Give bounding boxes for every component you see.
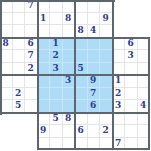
- cell-r7c3[interactable]: [25, 75, 38, 88]
- cell-r4c7[interactable]: [75, 38, 88, 51]
- cell-r8c6[interactable]: [63, 88, 76, 101]
- cell-r6c3[interactable]: 2: [25, 63, 38, 76]
- outside-area: [25, 113, 38, 126]
- cell-r7c10[interactable]: 1: [113, 75, 126, 88]
- cell-r8c9[interactable]: [100, 88, 113, 101]
- cell-r8c10[interactable]: 2: [113, 88, 126, 101]
- cell-r9c10[interactable]: 3: [113, 100, 126, 113]
- cell-r5c10[interactable]: [113, 50, 126, 63]
- given-digit: 9: [38, 125, 50, 137]
- outside-area: [113, 13, 126, 26]
- cell-r1c9[interactable]: [100, 0, 113, 13]
- cell-r2c7[interactable]: [75, 13, 88, 26]
- cell-r12c10[interactable]: 7: [113, 138, 126, 151]
- cell-r1c4[interactable]: [38, 0, 51, 13]
- cell-r8c5[interactable]: [50, 88, 63, 101]
- given-digit: 1: [38, 13, 50, 25]
- given-digit: 8: [63, 113, 75, 125]
- outside-area: [125, 25, 138, 38]
- given-digit: 6: [75, 125, 87, 137]
- sudoku-board: 71898486167232353912725634589627: [0, 0, 150, 150]
- cell-r7c1[interactable]: [0, 75, 13, 88]
- cell-r4c8[interactable]: [88, 38, 101, 51]
- sudoku-puzzle: 71898486167232353912725634589627: [0, 0, 150, 150]
- given-digit: 7: [113, 138, 125, 150]
- cell-r5c2[interactable]: [13, 50, 26, 63]
- outside-area: [0, 125, 13, 138]
- cell-r6c6[interactable]: [63, 63, 76, 76]
- cell-r1c7[interactable]: [75, 0, 88, 13]
- outside-area: [138, 13, 151, 26]
- cell-r7c8[interactable]: 9: [88, 75, 101, 88]
- cell-r3c2[interactable]: [13, 25, 26, 38]
- cell-r3c9[interactable]: [100, 25, 113, 38]
- cell-r2c3[interactable]: [25, 13, 38, 26]
- cell-r8c3[interactable]: [25, 88, 38, 101]
- given-digit: 2: [25, 63, 37, 75]
- cell-r12c9[interactable]: [100, 138, 113, 151]
- given-digit: 2: [13, 88, 25, 100]
- cell-r11c8[interactable]: [88, 125, 101, 138]
- given-digit: 4: [138, 100, 150, 112]
- cell-r7c6[interactable]: 3: [63, 75, 76, 88]
- cell-r8c4[interactable]: [38, 88, 51, 101]
- cell-r11c10[interactable]: [113, 125, 126, 138]
- cell-r8c2[interactable]: 2: [13, 88, 26, 101]
- outside-area: [25, 138, 38, 151]
- cell-r2c4[interactable]: 1: [38, 13, 51, 26]
- cell-r3c1[interactable]: [0, 25, 13, 38]
- cell-r4c1[interactable]: 8: [0, 38, 13, 51]
- cell-r7c11[interactable]: [125, 75, 138, 88]
- cell-r10c10[interactable]: [113, 113, 126, 126]
- given-digit: 3: [125, 50, 137, 62]
- cell-r8c1[interactable]: [0, 88, 13, 101]
- cell-r10c5[interactable]: 5: [50, 113, 63, 126]
- outside-area: [125, 13, 138, 26]
- cell-r1c6[interactable]: [63, 0, 76, 13]
- cell-r7c5[interactable]: [50, 75, 63, 88]
- cell-r6c5[interactable]: 3: [50, 63, 63, 76]
- given-digit: 6: [25, 38, 37, 50]
- cell-r2c6[interactable]: 8: [63, 13, 76, 26]
- cell-r6c12[interactable]: [138, 63, 151, 76]
- given-digit: 5: [13, 100, 25, 112]
- cell-r6c10[interactable]: [113, 63, 126, 76]
- given-digit: 1: [113, 75, 125, 87]
- cell-r7c4[interactable]: [38, 75, 51, 88]
- given-digit: 6: [125, 38, 137, 50]
- cell-r4c9[interactable]: [100, 38, 113, 51]
- cell-r10c6[interactable]: 8: [63, 113, 76, 126]
- cell-r11c11[interactable]: [125, 125, 138, 138]
- outside-area: [13, 125, 26, 138]
- cell-r1c8[interactable]: [88, 0, 101, 13]
- given-digit: 2: [100, 125, 112, 137]
- cell-r12c11[interactable]: [125, 138, 138, 151]
- outside-area: [25, 125, 38, 138]
- cell-r4c2[interactable]: [13, 38, 26, 51]
- cell-r2c2[interactable]: [13, 13, 26, 26]
- cell-r6c9[interactable]: [100, 63, 113, 76]
- cell-r5c9[interactable]: [100, 50, 113, 63]
- given-digit: 5: [75, 63, 87, 75]
- cell-r8c8[interactable]: 7: [88, 88, 101, 101]
- cell-r8c12[interactable]: [138, 88, 151, 101]
- cell-r4c4[interactable]: [38, 38, 51, 51]
- outside-area: [138, 0, 151, 13]
- cell-r9c12[interactable]: 4: [138, 100, 151, 113]
- cell-r6c7[interactable]: 5: [75, 63, 88, 76]
- outside-area: [125, 0, 138, 13]
- cell-r5c6[interactable]: [63, 50, 76, 63]
- cell-r6c2[interactable]: [13, 63, 26, 76]
- cell-r1c3[interactable]: 7: [25, 0, 38, 13]
- cell-r7c12[interactable]: [138, 75, 151, 88]
- cell-r11c12[interactable]: [138, 125, 151, 138]
- cell-r11c6[interactable]: [63, 125, 76, 138]
- given-digit: 5: [50, 113, 62, 125]
- cell-r2c8[interactable]: [88, 13, 101, 26]
- cell-r4c3[interactable]: 6: [25, 38, 38, 51]
- cell-r5c8[interactable]: [88, 50, 101, 63]
- cell-r10c12[interactable]: [138, 113, 151, 126]
- cell-r3c7[interactable]: 8: [75, 25, 88, 38]
- given-digit: 8: [75, 25, 87, 37]
- cell-r2c1[interactable]: [0, 13, 13, 26]
- given-digit: 6: [88, 100, 100, 112]
- cell-r11c5[interactable]: [50, 125, 63, 138]
- cell-r1c2[interactable]: [13, 0, 26, 13]
- given-digit: 7: [25, 0, 37, 12]
- given-digit: 9: [100, 13, 112, 25]
- cell-r7c7[interactable]: [75, 75, 88, 88]
- cell-r7c9[interactable]: [100, 75, 113, 88]
- outside-area: [13, 138, 26, 151]
- given-digit: 3: [63, 75, 75, 87]
- cell-r9c7[interactable]: [75, 100, 88, 113]
- cell-r3c6[interactable]: [63, 25, 76, 38]
- cell-r5c7[interactable]: [75, 50, 88, 63]
- cell-r9c6[interactable]: [63, 100, 76, 113]
- cell-r9c8[interactable]: 6: [88, 100, 101, 113]
- cell-r3c4[interactable]: [38, 25, 51, 38]
- given-digit: 3: [113, 100, 125, 112]
- cell-r5c12[interactable]: [138, 50, 151, 63]
- cell-r7c2[interactable]: [13, 75, 26, 88]
- cell-r11c4[interactable]: 9: [38, 125, 51, 138]
- cell-r4c11[interactable]: 6: [125, 38, 138, 51]
- given-digit: 3: [50, 63, 62, 75]
- cell-r12c12[interactable]: [138, 138, 151, 151]
- cell-r4c6[interactable]: [63, 38, 76, 51]
- cell-r3c8[interactable]: 4: [88, 25, 101, 38]
- outside-area: [113, 25, 126, 38]
- cell-r2c5[interactable]: [50, 13, 63, 26]
- cell-r3c3[interactable]: [25, 25, 38, 38]
- cell-r5c4[interactable]: [38, 50, 51, 63]
- given-digit: 8: [0, 38, 12, 50]
- given-digit: 7: [88, 88, 100, 100]
- cell-r5c5[interactable]: 2: [50, 50, 63, 63]
- outside-area: [113, 0, 126, 13]
- cell-r8c11[interactable]: [125, 88, 138, 101]
- given-digit: 1: [50, 38, 62, 50]
- cell-r3c5[interactable]: [50, 25, 63, 38]
- cell-r12c7[interactable]: [75, 138, 88, 151]
- cell-r10c7[interactable]: [75, 113, 88, 126]
- outside-area: [138, 25, 151, 38]
- cell-r6c1[interactable]: [0, 63, 13, 76]
- cell-r6c4[interactable]: [38, 63, 51, 76]
- cell-r11c9[interactable]: 2: [100, 125, 113, 138]
- cell-r10c8[interactable]: [88, 113, 101, 126]
- cell-r10c9[interactable]: [100, 113, 113, 126]
- cell-r12c5[interactable]: [50, 138, 63, 151]
- cell-r6c11[interactable]: [125, 63, 138, 76]
- cell-r10c11[interactable]: [125, 113, 138, 126]
- cell-r1c5[interactable]: [50, 0, 63, 13]
- cell-r11c7[interactable]: 6: [75, 125, 88, 138]
- cell-r9c3[interactable]: [25, 100, 38, 113]
- given-digit: 2: [50, 50, 62, 62]
- cell-r12c4[interactable]: [38, 138, 51, 151]
- cell-r2c9[interactable]: 9: [100, 13, 113, 26]
- cell-r12c6[interactable]: [63, 138, 76, 151]
- cell-r4c12[interactable]: [138, 38, 151, 51]
- cell-r9c4[interactable]: [38, 100, 51, 113]
- cell-r1c1[interactable]: [0, 0, 13, 13]
- cell-r5c1[interactable]: [0, 50, 13, 63]
- outside-area: [0, 113, 13, 126]
- cell-r5c3[interactable]: 7: [25, 50, 38, 63]
- cell-r5c11[interactable]: 3: [125, 50, 138, 63]
- cell-r4c10[interactable]: [113, 38, 126, 51]
- cell-r12c8[interactable]: [88, 138, 101, 151]
- cell-r9c9[interactable]: [100, 100, 113, 113]
- outside-area: [0, 138, 13, 151]
- cell-r8c7[interactable]: [75, 88, 88, 101]
- given-digit: 4: [88, 25, 100, 37]
- given-digit: 2: [113, 88, 125, 100]
- cell-r9c11[interactable]: [125, 100, 138, 113]
- outside-area: [13, 113, 26, 126]
- cell-r9c1[interactable]: [0, 100, 13, 113]
- cell-r10c4[interactable]: [38, 113, 51, 126]
- cell-r9c5[interactable]: [50, 100, 63, 113]
- cell-r6c8[interactable]: [88, 63, 101, 76]
- given-digit: 9: [88, 75, 100, 87]
- given-digit: 8: [63, 13, 75, 25]
- given-digit: 7: [25, 50, 37, 62]
- cell-r9c2[interactable]: 5: [13, 100, 26, 113]
- cell-r4c5[interactable]: 1: [50, 38, 63, 51]
